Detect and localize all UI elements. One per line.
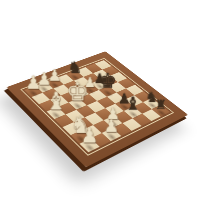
chess-piece-bB: ♝ <box>125 94 141 112</box>
board-tilt: ♞♜♟♚♟♝♞♟♟♟♚♟♟♟♝♞♟ <box>6 51 188 167</box>
chess-board-frame: ♞♜♟♚♟♝♞♟♟♟♚♟♟♟♝♞♟ <box>6 51 188 167</box>
board-grid: ♞♜♟♚♟♝♞♟♟♟♚♟♟♟♝♞♟ <box>24 60 169 152</box>
chess-piece-wB: ♝ <box>45 89 67 113</box>
chess-set-photo: ♞♜♟♚♟♝♞♟♟♟♚♟♟♟♝♞♟ <box>0 0 200 200</box>
square-h1: ♟ <box>79 138 99 152</box>
chess-piece-wP: ♟ <box>81 125 99 145</box>
chess-piece-wP: ♟ <box>104 117 119 134</box>
chess-piece-bR: ♜ <box>155 98 167 111</box>
chess-piece-wK: ♚ <box>66 79 89 104</box>
chess-piece-bK: ♚ <box>99 71 117 91</box>
board-scene: ♞♜♟♚♟♝♞♟♟♟♚♟♟♟♝♞♟ <box>0 0 200 200</box>
chess-piece-bN: ♞ <box>68 60 82 76</box>
chess-piece-wP: ♟ <box>25 73 41 91</box>
